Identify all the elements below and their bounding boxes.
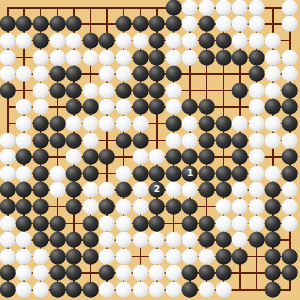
white-stone-point[interactable] [165, 32, 182, 49]
black-stone-point[interactable] [66, 132, 83, 149]
black-stone-point[interactable] [232, 49, 249, 66]
empty-point[interactable] [99, 0, 116, 16]
black-stone-point[interactable] [198, 182, 215, 199]
empty-point[interactable] [115, 149, 132, 166]
empty-point[interactable] [82, 16, 99, 33]
empty-point[interactable] [281, 232, 298, 249]
white-stone-point[interactable] [149, 281, 166, 298]
white-stone-point[interactable] [99, 99, 116, 116]
black-stone-point[interactable] [49, 66, 66, 83]
white-stone-point[interactable] [248, 132, 265, 149]
white-stone-point[interactable] [248, 0, 265, 16]
black-stone-point[interactable] [16, 215, 33, 232]
white-stone-point[interactable] [232, 232, 249, 249]
black-stone-point[interactable] [49, 281, 66, 298]
white-stone-point[interactable] [99, 182, 116, 199]
black-stone-point[interactable] [232, 248, 249, 265]
black-stone-point[interactable] [182, 215, 199, 232]
black-stone-point[interactable] [49, 115, 66, 132]
white-stone-point[interactable] [49, 182, 66, 199]
white-stone-point[interactable] [66, 115, 83, 132]
black-stone-point[interactable] [198, 49, 215, 66]
white-stone-point[interactable] [0, 66, 16, 83]
black-stone-point[interactable] [49, 248, 66, 265]
white-stone-point[interactable] [232, 115, 249, 132]
empty-point[interactable] [281, 281, 298, 298]
black-stone-point[interactable] [265, 281, 282, 298]
empty-point[interactable] [82, 265, 99, 282]
white-stone-point[interactable] [32, 99, 49, 116]
white-stone-point[interactable] [265, 66, 282, 83]
white-stone-point[interactable] [115, 66, 132, 83]
empty-point[interactable] [149, 0, 166, 16]
white-stone-point[interactable] [232, 0, 249, 16]
black-stone-point[interactable] [66, 248, 83, 265]
white-stone-point[interactable] [0, 232, 16, 249]
empty-point[interactable] [232, 281, 249, 298]
empty-point[interactable] [215, 66, 232, 83]
black-stone-point[interactable] [82, 99, 99, 116]
black-stone-point[interactable] [0, 16, 16, 33]
black-stone-point[interactable] [0, 182, 16, 199]
black-stone-point[interactable] [99, 149, 116, 166]
white-stone-point[interactable] [115, 99, 132, 116]
empty-point[interactable] [265, 0, 282, 16]
white-stone-point[interactable] [198, 281, 215, 298]
white-stone-point[interactable] [215, 281, 232, 298]
white-stone-point[interactable] [232, 16, 249, 33]
white-stone-point[interactable] [215, 16, 232, 33]
black-stone-point[interactable] [115, 182, 132, 199]
black-stone-point[interactable] [215, 115, 232, 132]
white-stone-point[interactable] [82, 198, 99, 215]
white-stone-point[interactable] [248, 182, 265, 199]
white-stone-point[interactable] [182, 16, 199, 33]
empty-point[interactable] [32, 0, 49, 16]
black-stone-point[interactable] [82, 232, 99, 249]
white-stone-point[interactable] [248, 99, 265, 116]
black-stone-point[interactable] [49, 82, 66, 99]
white-stone-point[interactable] [149, 265, 166, 282]
black-stone-point[interactable] [16, 16, 33, 33]
white-stone-point[interactable] [49, 32, 66, 49]
white-stone-point[interactable] [165, 99, 182, 116]
black-stone-point[interactable] [232, 149, 249, 166]
empty-point[interactable] [16, 49, 33, 66]
white-stone-point[interactable] [99, 66, 116, 83]
white-stone-point[interactable] [248, 165, 265, 182]
empty-point[interactable] [99, 165, 116, 182]
black-stone-point[interactable] [165, 0, 182, 16]
black-stone-point[interactable] [198, 232, 215, 249]
white-stone-point[interactable] [165, 182, 182, 199]
black-stone-point[interactable] [66, 165, 83, 182]
black-stone-point[interactable] [49, 265, 66, 282]
black-stone-point[interactable] [32, 232, 49, 249]
black-stone-point[interactable] [281, 165, 298, 182]
white-stone-point[interactable] [248, 198, 265, 215]
white-stone-point[interactable] [16, 66, 33, 83]
black-stone-point[interactable] [198, 99, 215, 116]
white-stone-point[interactable] [82, 182, 99, 199]
black-stone-point[interactable] [265, 248, 282, 265]
black-stone-point[interactable] [198, 165, 215, 182]
black-stone-point[interactable] [165, 16, 182, 33]
black-stone-point[interactable] [66, 281, 83, 298]
black-stone-point[interactable] [165, 165, 182, 182]
white-stone-point[interactable] [281, 0, 298, 16]
black-stone-point[interactable] [132, 165, 149, 182]
black-stone-point[interactable] [265, 232, 282, 249]
white-stone-point[interactable] [132, 32, 149, 49]
white-stone-point[interactable] [66, 149, 83, 166]
black-stone-point[interactable] [32, 32, 49, 49]
white-stone-point[interactable] [182, 248, 199, 265]
white-stone-point[interactable] [265, 115, 282, 132]
black-stone-point[interactable] [32, 182, 49, 199]
empty-point[interactable] [132, 248, 149, 265]
black-stone-point[interactable] [0, 198, 16, 215]
white-stone-point[interactable] [32, 265, 49, 282]
white-stone-point[interactable] [232, 198, 249, 215]
empty-point[interactable] [149, 115, 166, 132]
black-stone-point[interactable] [215, 265, 232, 282]
white-stone-point[interactable] [248, 82, 265, 99]
black-stone-point[interactable] [49, 215, 66, 232]
white-stone-point[interactable] [16, 115, 33, 132]
white-stone-point[interactable] [99, 281, 116, 298]
white-stone-point[interactable] [182, 132, 199, 149]
black-stone-point[interactable] [182, 198, 199, 215]
black-stone-point[interactable] [16, 198, 33, 215]
white-stone-point[interactable] [165, 232, 182, 249]
white-stone-point[interactable] [115, 215, 132, 232]
white-stone-point[interactable] [165, 281, 182, 298]
black-stone-point[interactable] [165, 198, 182, 215]
black-stone-point[interactable] [165, 149, 182, 166]
white-stone-point[interactable] [182, 32, 199, 49]
black-stone-point[interactable] [281, 248, 298, 265]
black-stone-point[interactable] [182, 265, 199, 282]
black-stone-point[interactable] [149, 99, 166, 116]
white-stone-point[interactable] [281, 215, 298, 232]
black-stone-point[interactable] [265, 198, 282, 215]
black-stone-point[interactable] [32, 165, 49, 182]
white-stone-point[interactable] [281, 182, 298, 199]
black-stone-point[interactable] [165, 66, 182, 83]
black-stone-point[interactable] [232, 132, 249, 149]
white-stone-point[interactable] [99, 248, 116, 265]
black-stone-point[interactable] [215, 132, 232, 149]
white-stone-point[interactable] [0, 248, 16, 265]
black-stone-point[interactable] [99, 265, 116, 282]
white-stone-point[interactable] [115, 198, 132, 215]
black-stone-point[interactable] [115, 132, 132, 149]
black-stone-point[interactable] [281, 115, 298, 132]
black-stone-point[interactable] [149, 16, 166, 33]
white-stone-point[interactable] [165, 248, 182, 265]
black-stone-point[interactable] [182, 99, 199, 116]
white-stone-point[interactable] [115, 248, 132, 265]
white-stone-point[interactable] [99, 115, 116, 132]
black-stone-point[interactable] [248, 66, 265, 83]
black-stone-point[interactable] [132, 215, 149, 232]
white-stone-point[interactable] [0, 32, 16, 49]
black-stone-point[interactable] [198, 32, 215, 49]
white-stone-point[interactable] [82, 132, 99, 149]
white-stone-point[interactable] [215, 215, 232, 232]
white-stone-point[interactable] [82, 49, 99, 66]
empty-point[interactable] [215, 149, 232, 166]
white-stone-point[interactable] [215, 198, 232, 215]
black-stone-point[interactable] [0, 82, 16, 99]
empty-point[interactable] [66, 215, 83, 232]
black-stone-point[interactable] [66, 16, 83, 33]
white-stone-point[interactable] [99, 232, 116, 249]
black-stone-point[interactable] [149, 165, 166, 182]
white-stone-point[interactable] [99, 82, 116, 99]
white-stone-point[interactable] [215, 0, 232, 16]
black-stone-point[interactable] [0, 265, 16, 282]
empty-point[interactable] [149, 132, 166, 149]
white-stone-point[interactable] [99, 49, 116, 66]
white-stone-point[interactable] [182, 0, 199, 16]
empty-point[interactable] [165, 215, 182, 232]
black-stone-point[interactable] [265, 182, 282, 199]
white-stone-point[interactable] [16, 281, 33, 298]
white-stone-point[interactable] [165, 49, 182, 66]
black-stone-point[interactable] [0, 281, 16, 298]
white-stone-point[interactable] [0, 149, 16, 166]
empty-point[interactable] [248, 281, 265, 298]
black-stone-point[interactable] [99, 32, 116, 49]
black-stone-point[interactable] [281, 99, 298, 116]
black-stone-point[interactable] [66, 232, 83, 249]
empty-point[interactable] [115, 0, 132, 16]
white-stone-point[interactable] [182, 182, 199, 199]
white-stone-point[interactable] [115, 232, 132, 249]
white-stone-point[interactable] [115, 281, 132, 298]
white-stone-point[interactable] [0, 165, 16, 182]
white-stone-point[interactable] [281, 66, 298, 83]
black-stone-point[interactable] [149, 32, 166, 49]
empty-point[interactable] [49, 0, 66, 16]
black-stone-point[interactable] [32, 149, 49, 166]
white-stone-point[interactable] [198, 248, 215, 265]
black-stone-point[interactable] [248, 232, 265, 249]
white-stone-point[interactable] [16, 232, 33, 249]
black-stone-point[interactable] [198, 115, 215, 132]
black-stone-point[interactable] [182, 149, 199, 166]
empty-point[interactable] [248, 265, 265, 282]
black-stone-point[interactable] [132, 16, 149, 33]
empty-point[interactable] [0, 115, 16, 132]
empty-point[interactable] [66, 0, 83, 16]
white-stone-point[interactable] [0, 215, 16, 232]
white-stone-point[interactable] [16, 165, 33, 182]
empty-point[interactable] [49, 149, 66, 166]
black-stone-point[interactable] [115, 16, 132, 33]
black-stone-point[interactable] [198, 16, 215, 33]
empty-point[interactable] [265, 16, 282, 33]
black-stone-point[interactable] [32, 215, 49, 232]
white-stone-point[interactable] [0, 132, 16, 149]
white-stone-point[interactable] [115, 265, 132, 282]
white-stone-point[interactable] [265, 132, 282, 149]
black-stone-point[interactable] [281, 149, 298, 166]
white-stone-point[interactable] [281, 198, 298, 215]
empty-point[interactable] [182, 82, 199, 99]
black-stone-point[interactable] [132, 132, 149, 149]
white-stone-point[interactable] [132, 115, 149, 132]
white-stone-point[interactable] [82, 115, 99, 132]
white-stone-point[interactable] [248, 215, 265, 232]
white-stone-point[interactable] [281, 16, 298, 33]
black-stone-point[interactable] [198, 149, 215, 166]
black-stone-point[interactable] [132, 99, 149, 116]
white-stone-point[interactable] [132, 232, 149, 249]
white-stone-point[interactable] [49, 49, 66, 66]
white-stone-point[interactable] [182, 49, 199, 66]
black-stone-point[interactable] [132, 82, 149, 99]
white-stone-point[interactable] [32, 82, 49, 99]
empty-point[interactable] [82, 0, 99, 16]
black-stone-point[interactable] [99, 198, 116, 215]
black-stone-point[interactable] [215, 232, 232, 249]
empty-point[interactable] [232, 66, 249, 83]
empty-point[interactable] [99, 132, 116, 149]
black-stone-point[interactable] [149, 49, 166, 66]
black-stone-point[interactable] [215, 248, 232, 265]
empty-point[interactable] [198, 66, 215, 83]
white-stone-point[interactable] [66, 32, 83, 49]
black-stone-point[interactable] [82, 215, 99, 232]
white-stone-point[interactable] [149, 248, 166, 265]
white-stone-point[interactable] [32, 248, 49, 265]
empty-point[interactable] [0, 0, 16, 16]
white-stone-point[interactable] [248, 149, 265, 166]
white-stone-point[interactable] [132, 265, 149, 282]
white-stone-point[interactable] [115, 49, 132, 66]
empty-point[interactable] [198, 198, 215, 215]
white-stone-point[interactable] [248, 16, 265, 33]
black-stone-point[interactable] [132, 66, 149, 83]
white-stone-point[interactable] [165, 132, 182, 149]
white-stone-point[interactable] [165, 265, 182, 282]
black-stone-point[interactable] [265, 215, 282, 232]
empty-point[interactable] [99, 16, 116, 33]
white-stone-point[interactable] [248, 32, 265, 49]
black-stone-point[interactable] [49, 232, 66, 249]
empty-point[interactable] [265, 149, 282, 166]
empty-point[interactable] [248, 248, 265, 265]
empty-point[interactable] [16, 82, 33, 99]
black-stone-point[interactable] [149, 215, 166, 232]
black-stone-point[interactable] [66, 66, 83, 83]
black-stone-point[interactable] [16, 149, 33, 166]
white-stone-point[interactable] [265, 32, 282, 49]
black-stone-point[interactable] [66, 82, 83, 99]
black-stone-point[interactable] [16, 182, 33, 199]
white-stone-point[interactable] [232, 182, 249, 199]
empty-point[interactable] [82, 66, 99, 83]
black-stone-point[interactable] [32, 16, 49, 33]
black-stone-point[interactable] [66, 99, 83, 116]
black-stone-point[interactable] [198, 132, 215, 149]
white-stone-point[interactable] [149, 149, 166, 166]
white-stone-point[interactable] [99, 215, 116, 232]
black-stone-point[interactable] [281, 265, 298, 282]
black-stone-point[interactable] [232, 165, 249, 182]
white-stone-point[interactable] [265, 49, 282, 66]
black-stone-point[interactable] [165, 115, 182, 132]
black-stone-point[interactable] [66, 182, 83, 199]
black-stone-point[interactable] [82, 149, 99, 166]
white-stone-point[interactable] [182, 232, 199, 249]
white-stone-point[interactable] [49, 165, 66, 182]
white-stone-point[interactable] [0, 49, 16, 66]
black-stone-point[interactable] [265, 265, 282, 282]
black-stone-point[interactable] [66, 265, 83, 282]
black-stone-point[interactable] [198, 265, 215, 282]
white-stone-point[interactable] [132, 182, 149, 199]
white-stone-point[interactable] [16, 32, 33, 49]
white-stone-point[interactable] [115, 115, 132, 132]
black-stone-point[interactable] [49, 16, 66, 33]
black-stone-point[interactable] [265, 99, 282, 116]
black-stone-point[interactable] [82, 165, 99, 182]
white-stone-point[interactable] [132, 281, 149, 298]
black-stone-point[interactable] [215, 49, 232, 66]
black-stone-point[interactable] [66, 198, 83, 215]
black-stone-point[interactable] [248, 49, 265, 66]
white-stone-point[interactable] [32, 49, 49, 66]
white-stone-point[interactable] [182, 115, 199, 132]
black-stone-point[interactable]: 2 [149, 182, 166, 199]
empty-point[interactable] [281, 32, 298, 49]
empty-point[interactable] [49, 99, 66, 116]
white-stone-point[interactable] [265, 82, 282, 99]
empty-point[interactable] [215, 99, 232, 116]
empty-point[interactable] [132, 0, 149, 16]
white-stone-point[interactable] [165, 82, 182, 99]
empty-point[interactable] [215, 82, 232, 99]
white-stone-point[interactable] [132, 149, 149, 166]
black-stone-point[interactable] [32, 198, 49, 215]
empty-point[interactable] [198, 82, 215, 99]
white-stone-point[interactable] [32, 281, 49, 298]
white-stone-point[interactable] [16, 248, 33, 265]
black-stone-point[interactable] [82, 281, 99, 298]
empty-point[interactable] [0, 99, 16, 116]
black-stone-point[interactable] [215, 32, 232, 49]
white-stone-point[interactable] [16, 132, 33, 149]
black-stone-point[interactable] [281, 82, 298, 99]
black-stone-point[interactable] [215, 165, 232, 182]
black-stone-point[interactable] [132, 49, 149, 66]
empty-point[interactable] [16, 0, 33, 16]
white-stone-point[interactable] [16, 99, 33, 116]
white-stone-point[interactable] [132, 198, 149, 215]
white-stone-point[interactable] [115, 165, 132, 182]
white-stone-point[interactable] [232, 215, 249, 232]
white-stone-point[interactable] [82, 82, 99, 99]
black-stone-point[interactable] [182, 281, 199, 298]
black-stone-point[interactable] [149, 198, 166, 215]
white-stone-point[interactable] [281, 49, 298, 66]
white-stone-point[interactable] [16, 265, 33, 282]
empty-point[interactable] [232, 99, 249, 116]
